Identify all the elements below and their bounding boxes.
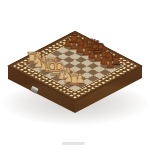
square-h1[interactable]: ♜ [69,85,81,91]
white-rook[interactable]: ♜ [58,73,90,88]
product-photo-chess-set: ♜♞♝♛♚♝♞♜♟♟♟♟♟♟♟♟♟♟♟♟♟♟♟♟♜♞♝♛♚♝♞♜ [0,0,150,150]
watermark [62,142,85,145]
